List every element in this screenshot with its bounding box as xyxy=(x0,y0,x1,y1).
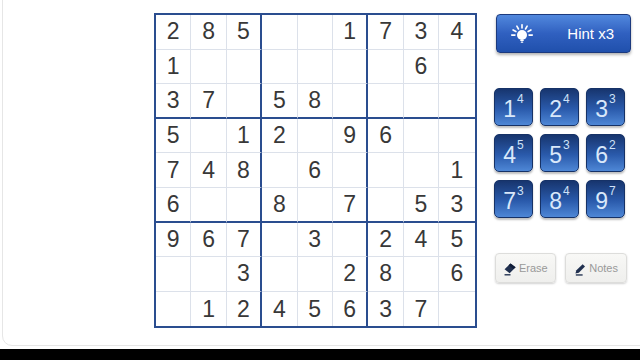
bottom-black-bar xyxy=(0,349,640,360)
sudoku-cell-r7c1[interactable]: 9 xyxy=(156,223,191,258)
lightbulb-icon xyxy=(509,21,535,47)
sudoku-cell-r7c4[interactable] xyxy=(262,223,297,258)
sudoku-cell-r4c7[interactable]: 6 xyxy=(368,119,403,154)
sudoku-cell-r1c7[interactable]: 7 xyxy=(368,15,403,50)
sudoku-cell-r8c6[interactable]: 2 xyxy=(333,257,368,292)
sudoku-cell-r2c3[interactable] xyxy=(227,50,262,85)
sudoku-cell-r3c4[interactable]: 5 xyxy=(262,84,297,119)
notes-label: Notes xyxy=(589,262,618,274)
erase-button[interactable]: Erase xyxy=(495,253,556,283)
eraser-icon xyxy=(502,260,519,277)
sudoku-cell-r3c2[interactable]: 7 xyxy=(191,84,226,119)
sudoku-cell-r9c5[interactable]: 5 xyxy=(298,292,333,327)
sudoku-cell-r6c6[interactable]: 7 xyxy=(333,188,368,223)
sudoku-cell-r7c7[interactable]: 2 xyxy=(368,223,403,258)
sudoku-cell-r5c1[interactable]: 7 xyxy=(156,153,191,188)
sudoku-board: 2851734163758512967486168753967324532861… xyxy=(154,13,477,328)
sudoku-cell-r5c8[interactable] xyxy=(404,153,439,188)
sudoku-cell-r8c7[interactable]: 8 xyxy=(368,257,403,292)
sudoku-cell-r2c1[interactable]: 1 xyxy=(156,50,191,85)
sudoku-cell-r1c6[interactable]: 1 xyxy=(333,15,368,50)
sudoku-cell-r2c9[interactable] xyxy=(439,50,474,85)
erase-label: Erase xyxy=(519,262,548,274)
sudoku-cell-r8c1[interactable] xyxy=(156,257,191,292)
sudoku-cell-r3c5[interactable]: 8 xyxy=(298,84,333,119)
numpad-button-9[interactable]: 97 xyxy=(586,180,625,218)
numpad-button-8[interactable]: 84 xyxy=(540,180,579,218)
numpad-remaining-count: 3 xyxy=(563,139,570,151)
sudoku-cell-r3c7[interactable] xyxy=(368,84,403,119)
sudoku-cell-r4c8[interactable] xyxy=(404,119,439,154)
sudoku-cell-r6c9[interactable]: 3 xyxy=(439,188,474,223)
sudoku-cell-r5c3[interactable]: 8 xyxy=(227,153,262,188)
sudoku-cell-r5c7[interactable] xyxy=(368,153,403,188)
notes-button[interactable]: Notes xyxy=(565,253,627,283)
sudoku-cell-r8c4[interactable] xyxy=(262,257,297,292)
numpad-digit: 7 xyxy=(503,190,516,213)
sudoku-cell-r6c1[interactable]: 6 xyxy=(156,188,191,223)
numpad-digit: 6 xyxy=(595,144,608,167)
sudoku-cell-r4c3[interactable]: 1 xyxy=(227,119,262,154)
sudoku-cell-r1c1[interactable]: 2 xyxy=(156,15,191,50)
sudoku-cell-r9c1[interactable] xyxy=(156,292,191,327)
sudoku-cell-r4c9[interactable] xyxy=(439,119,474,154)
sudoku-cell-r9c6[interactable]: 6 xyxy=(333,292,368,327)
sudoku-cell-r4c4[interactable]: 2 xyxy=(262,119,297,154)
sudoku-cell-r6c8[interactable]: 5 xyxy=(404,188,439,223)
sudoku-cell-r4c6[interactable]: 9 xyxy=(333,119,368,154)
numpad-remaining-count: 4 xyxy=(563,185,570,197)
numpad: 142433455362738497 xyxy=(494,88,625,218)
sudoku-cell-r8c3[interactable]: 3 xyxy=(227,257,262,292)
sudoku-cell-r9c9[interactable] xyxy=(439,292,474,327)
sudoku-cell-r2c4[interactable] xyxy=(262,50,297,85)
numpad-digit: 2 xyxy=(549,98,562,121)
sudoku-cell-r2c5[interactable] xyxy=(298,50,333,85)
numpad-digit: 3 xyxy=(595,98,608,121)
numpad-button-3[interactable]: 33 xyxy=(586,88,625,126)
sudoku-cell-r1c8[interactable]: 3 xyxy=(404,15,439,50)
sudoku-cell-r7c9[interactable]: 5 xyxy=(439,223,474,258)
numpad-button-2[interactable]: 24 xyxy=(540,88,579,126)
numpad-digit: 5 xyxy=(549,144,562,167)
numpad-button-1[interactable]: 14 xyxy=(494,88,533,126)
sudoku-cell-r9c7[interactable]: 3 xyxy=(368,292,403,327)
sudoku-cell-r7c8[interactable]: 4 xyxy=(404,223,439,258)
sudoku-cell-r5c5[interactable]: 6 xyxy=(298,153,333,188)
sudoku-cell-r5c4[interactable] xyxy=(262,153,297,188)
numpad-digit: 8 xyxy=(549,190,562,213)
sudoku-cell-r2c2[interactable] xyxy=(191,50,226,85)
numpad-button-5[interactable]: 53 xyxy=(540,134,579,172)
sudoku-cell-r4c1[interactable]: 5 xyxy=(156,119,191,154)
sudoku-cell-r1c5[interactable] xyxy=(298,15,333,50)
sudoku-cell-r5c6[interactable] xyxy=(333,153,368,188)
sudoku-cell-r3c8[interactable] xyxy=(404,84,439,119)
sudoku-cell-r4c2[interactable] xyxy=(191,119,226,154)
numpad-digit: 9 xyxy=(595,190,608,213)
sudoku-cell-r1c9[interactable]: 4 xyxy=(439,15,474,50)
sudoku-cell-r5c2[interactable]: 4 xyxy=(191,153,226,188)
numpad-remaining-count: 4 xyxy=(563,93,570,105)
sudoku-cell-r7c2[interactable]: 6 xyxy=(191,223,226,258)
sudoku-cell-r3c6[interactable] xyxy=(333,84,368,119)
sudoku-cell-r7c6[interactable] xyxy=(333,223,368,258)
sudoku-cell-r8c2[interactable] xyxy=(191,257,226,292)
numpad-button-6[interactable]: 62 xyxy=(586,134,625,172)
sudoku-cell-r6c2[interactable] xyxy=(191,188,226,223)
numpad-remaining-count: 7 xyxy=(609,185,616,197)
sudoku-cell-r2c6[interactable] xyxy=(333,50,368,85)
numpad-remaining-count: 2 xyxy=(609,139,616,151)
sudoku-cell-r2c7[interactable] xyxy=(368,50,403,85)
sudoku-cell-r9c2[interactable]: 1 xyxy=(191,292,226,327)
numpad-remaining-count: 5 xyxy=(517,139,524,151)
sudoku-cell-r3c9[interactable] xyxy=(439,84,474,119)
sudoku-cell-r6c4[interactable]: 8 xyxy=(262,188,297,223)
sudoku-cell-r9c8[interactable]: 7 xyxy=(404,292,439,327)
sudoku-cell-r8c5[interactable] xyxy=(298,257,333,292)
sudoku-cell-r8c8[interactable] xyxy=(404,257,439,292)
hint-button[interactable]: Hint x3 xyxy=(496,14,631,53)
sudoku-app: 2851734163758512967486168753967324532861… xyxy=(0,0,640,360)
sudoku-cell-r1c3[interactable]: 5 xyxy=(227,15,262,50)
sudoku-cell-r8c9[interactable]: 6 xyxy=(439,257,474,292)
hint-label: Hint x3 xyxy=(567,25,614,42)
numpad-button-4[interactable]: 45 xyxy=(494,134,533,172)
sudoku-cell-r6c7[interactable] xyxy=(368,188,403,223)
sudoku-cell-r4c5[interactable] xyxy=(298,119,333,154)
sudoku-cell-r1c2[interactable]: 8 xyxy=(191,15,226,50)
sudoku-cell-r7c5[interactable]: 3 xyxy=(298,223,333,258)
sudoku-cell-r9c3[interactable]: 2 xyxy=(227,292,262,327)
sudoku-cell-r6c5[interactable] xyxy=(298,188,333,223)
sudoku-cell-r3c1[interactable]: 3 xyxy=(156,84,191,119)
sudoku-cell-r6c3[interactable] xyxy=(227,188,262,223)
numpad-remaining-count: 3 xyxy=(609,93,616,105)
numpad-remaining-count: 4 xyxy=(517,93,524,105)
sudoku-cell-r2c8[interactable]: 6 xyxy=(404,50,439,85)
sudoku-cell-r9c4[interactable]: 4 xyxy=(262,292,297,327)
numpad-button-7[interactable]: 73 xyxy=(494,180,533,218)
sudoku-cell-r1c4[interactable] xyxy=(262,15,297,50)
numpad-digit: 1 xyxy=(503,98,516,121)
numpad-remaining-count: 3 xyxy=(517,185,524,197)
sudoku-cell-r7c3[interactable]: 7 xyxy=(227,223,262,258)
sudoku-cell-r3c3[interactable] xyxy=(227,84,262,119)
sudoku-cell-r5c9[interactable]: 1 xyxy=(439,153,474,188)
numpad-digit: 4 xyxy=(503,144,516,167)
pencil-icon xyxy=(572,260,589,277)
